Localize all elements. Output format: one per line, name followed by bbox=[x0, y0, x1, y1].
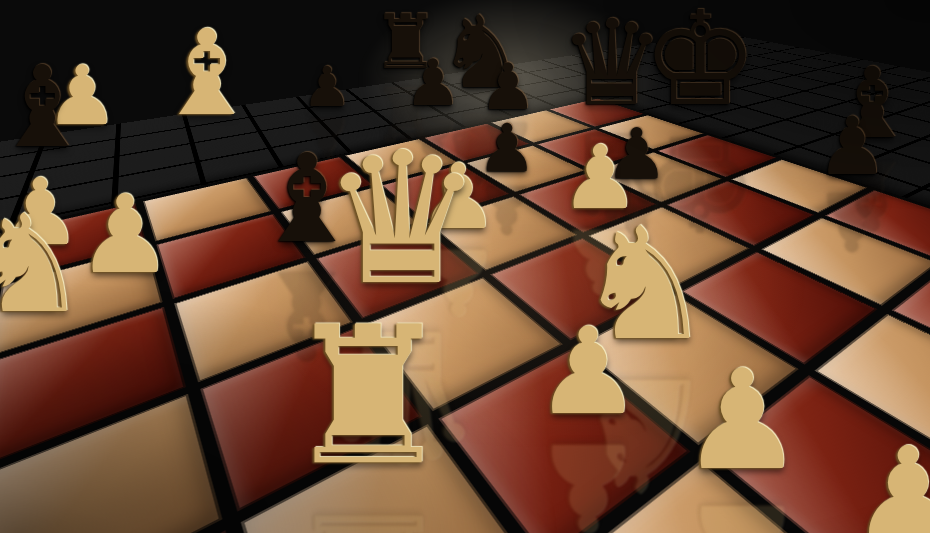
piece-black-pawn-h6[interactable]: ♟ bbox=[816, 107, 888, 187]
piece-gold-pawn-f3[interactable]: ♟ bbox=[534, 312, 642, 432]
chess-scene: ♜♜♞♞♛♛♚♚♟♟♟♟♟♟♝♝♟♟♟♟♟♟♝♝♟♟♟♟♛♛♞♞♟♟♜♜♟♟♟♟… bbox=[0, 0, 930, 533]
piece-gold-pawn-h2[interactable]: ♟ bbox=[850, 430, 930, 533]
piece-black-bishop-captured[interactable]: ♝ bbox=[0, 51, 92, 163]
reflection-black-pawn: ♟ bbox=[816, 181, 888, 261]
piece-gold-knight-captured[interactable]: ♞ bbox=[0, 197, 89, 332]
piece-gold-queen-d5[interactable]: ♛ bbox=[320, 128, 483, 310]
piece-gold-bishop-captured[interactable]: ♝ bbox=[154, 14, 260, 132]
piece-gold-pawn-g2[interactable]: ♟ bbox=[680, 352, 804, 490]
piece-black-pawn-b7[interactable]: ♟ bbox=[302, 60, 351, 115]
piece-gold-rook-d2[interactable]: ♜ bbox=[283, 302, 453, 492]
piece-black-pawn-d7[interactable]: ♟ bbox=[404, 51, 461, 115]
piece-gold-pawn-captured[interactable]: ♟ bbox=[77, 181, 174, 289]
reflection-gold-pawn: ♟ bbox=[534, 426, 642, 533]
piece-black-king-g8[interactable]: ♚ bbox=[642, 0, 759, 124]
